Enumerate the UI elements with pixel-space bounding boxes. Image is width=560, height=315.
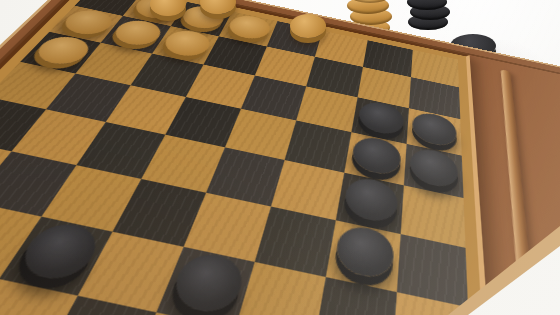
rail-checker-light-3[interactable] bbox=[290, 14, 326, 38]
rail-checker-light-1[interactable] bbox=[150, 0, 186, 16]
rail-checker-light-2[interactable] bbox=[200, 0, 236, 14]
rail-piece-area bbox=[0, 0, 560, 315]
tabletop-scene bbox=[0, 0, 560, 315]
